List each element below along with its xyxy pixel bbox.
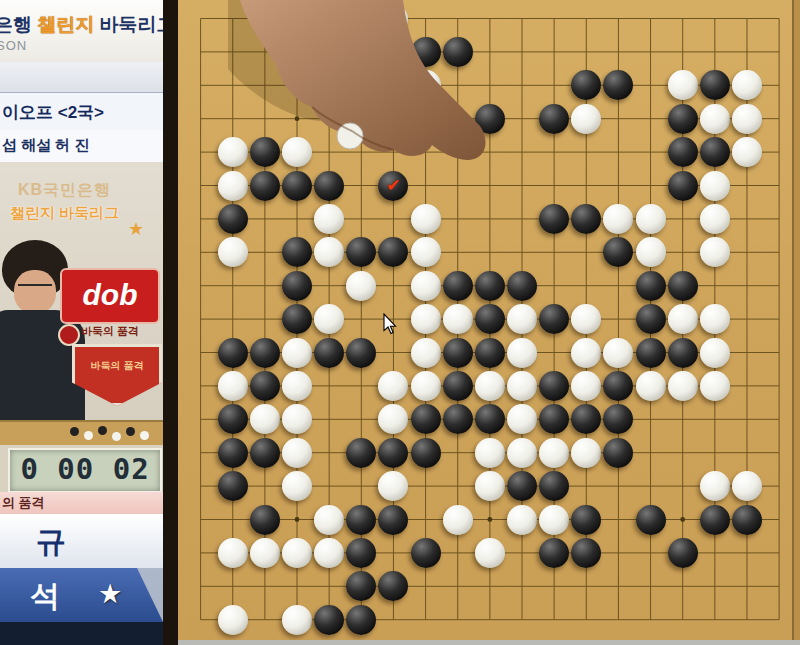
black-stone-r14c6 xyxy=(346,438,376,468)
black-stone-r9c10 xyxy=(475,271,505,301)
white-stone-r16c11 xyxy=(507,505,537,535)
league-header: 은행 챌린지 바둑리그★ SON xyxy=(0,0,163,63)
black-stone-r17c8 xyxy=(411,538,441,568)
black-stone-r16c7 xyxy=(378,505,408,535)
white-stone-r14c11 xyxy=(507,438,537,468)
black-stone-r17c16 xyxy=(668,538,698,568)
white-stone-r7c17 xyxy=(700,204,730,234)
white-stone-r14c10 xyxy=(475,438,505,468)
header-strip xyxy=(0,62,163,92)
black-stone-r12c9 xyxy=(443,371,473,401)
player2-nameplate: 석 ★ xyxy=(0,568,163,624)
white-stone-r11c8 xyxy=(411,338,441,368)
goban-edge-margin xyxy=(794,0,800,645)
white-stone-r4c13 xyxy=(571,104,601,134)
black-stone-r10c4 xyxy=(282,304,312,334)
black-stone-r6c16 xyxy=(668,171,698,201)
black-stone-r11c6 xyxy=(346,338,376,368)
white-stone-r17c5 xyxy=(314,538,344,568)
white-stone-r12c11 xyxy=(507,371,537,401)
commentators-panel: 섭 해설 허 진 xyxy=(0,130,163,164)
white-stone-r19c2 xyxy=(218,605,248,635)
match-title: 이오프 <2국> xyxy=(2,101,104,124)
white-stone-r10c8 xyxy=(411,304,441,334)
white-stone-r10c9 xyxy=(443,304,473,334)
white-stone-r9c6 xyxy=(346,271,376,301)
white-stone-r16c12 xyxy=(539,505,569,535)
white-stone-r12c17 xyxy=(700,371,730,401)
white-stone-r6c17 xyxy=(700,171,730,201)
black-stone-r14c8 xyxy=(411,438,441,468)
white-stone-r10c11 xyxy=(507,304,537,334)
black-stone-r19c6 xyxy=(346,605,376,635)
clock-lcd: 0 00 02 xyxy=(8,448,162,493)
white-stone-r12c15 xyxy=(636,371,666,401)
white-stone-r7c15 xyxy=(636,204,666,234)
shield-banner: 바둑의 품격 xyxy=(72,344,162,406)
black-stone-r10c10 xyxy=(475,304,505,334)
league-title-word2: 챌린지 xyxy=(37,14,94,35)
black-stone-r7c2 xyxy=(218,204,248,234)
white-stone-r16c9 xyxy=(443,505,473,535)
white-stone-r13c3 xyxy=(250,404,280,434)
white-stone-r17c3 xyxy=(250,538,280,568)
black-stone-r5c17 xyxy=(700,137,730,167)
white-stone-r4c18 xyxy=(732,104,762,134)
clock-time: 0 00 02 xyxy=(20,452,149,486)
white-stone-r15c17 xyxy=(700,471,730,501)
backdrop-text-line1: KB국민은행 xyxy=(18,180,111,201)
white-stone-r14c12 xyxy=(539,438,569,468)
game-clock: 0 00 02 xyxy=(0,445,163,492)
black-stone-r10c15 xyxy=(636,304,666,334)
white-stone-r7c8 xyxy=(411,204,441,234)
player2-star-icon: ★ xyxy=(98,578,122,610)
white-stone-r4c17 xyxy=(700,104,730,134)
white-stone-r15c18 xyxy=(732,471,762,501)
white-stone-r15c4 xyxy=(282,471,312,501)
black-stone-r17c6 xyxy=(346,538,376,568)
sidebar: 은행 챌린지 바둑리그★ SON 이오프 <2국> 섭 해설 허 진 KB국민은… xyxy=(0,0,163,645)
white-stone-r8c17 xyxy=(700,237,730,267)
black-stone-r11c3 xyxy=(250,338,280,368)
broadcast-frame: 은행 챌린지 바둑리그★ SON 이오프 <2국> 섭 해설 허 진 KB국민은… xyxy=(0,0,800,645)
black-stone-r16c18 xyxy=(732,505,762,535)
white-stone-r7c5 xyxy=(314,204,344,234)
white-stone-r16c5 xyxy=(314,505,344,535)
player-hand xyxy=(228,0,558,185)
dob-logo: dob xyxy=(60,268,160,324)
white-stone-r15c10 xyxy=(475,471,505,501)
player2-name: 석 xyxy=(30,576,60,617)
mini-goban-stones xyxy=(0,420,163,447)
white-stone-r5c18 xyxy=(732,137,762,167)
white-stone-r11c4 xyxy=(282,338,312,368)
black-stone-r16c13 xyxy=(571,505,601,535)
bottom-letterbox xyxy=(178,640,800,645)
white-stone-r17c10 xyxy=(475,538,505,568)
black-stone-r14c14 xyxy=(603,438,633,468)
white-stone-r12c16 xyxy=(668,371,698,401)
white-stone-r3c16 xyxy=(668,70,698,100)
white-stone-r12c13 xyxy=(571,371,601,401)
black-stone-r11c10 xyxy=(475,338,505,368)
white-stone-r12c8 xyxy=(411,371,441,401)
black-stone-r11c2 xyxy=(218,338,248,368)
black-stone-r11c9 xyxy=(443,338,473,368)
white-stone-r12c2 xyxy=(218,371,248,401)
frame-divider xyxy=(163,0,178,645)
white-stone-r12c4 xyxy=(282,371,312,401)
black-stone-r3c17 xyxy=(700,70,730,100)
black-stone-r12c12 xyxy=(539,371,569,401)
white-stone-r8c8 xyxy=(411,237,441,267)
dob-tagline: 바둑의 품격 xyxy=(60,324,160,339)
backdrop-text-line2: 챌린지 바둑리그 xyxy=(10,204,119,223)
sidebar-base xyxy=(0,622,163,645)
black-stone-r17c12 xyxy=(539,538,569,568)
black-stone-r16c6 xyxy=(346,505,376,535)
league-title: 은행 챌린지 바둑리그★ xyxy=(0,12,163,38)
black-stone-r17c13 xyxy=(571,538,601,568)
black-stone-r14c2 xyxy=(218,438,248,468)
black-stone-r5c16 xyxy=(668,137,698,167)
white-stone-r9c8 xyxy=(411,271,441,301)
black-stone-r16c17 xyxy=(700,505,730,535)
black-stone-r12c3 xyxy=(250,371,280,401)
white-stone-r11c17 xyxy=(700,338,730,368)
black-stone-r13c10 xyxy=(475,404,505,434)
white-stone-r14c4 xyxy=(282,438,312,468)
white-stone-r12c10 xyxy=(475,371,505,401)
white-stone-r17c4 xyxy=(282,538,312,568)
backdrop-star-icon: ★ xyxy=(128,218,144,240)
black-stone-r9c4 xyxy=(282,271,312,301)
plate-notch xyxy=(137,568,163,622)
black-stone-r7c13 xyxy=(571,204,601,234)
black-stone-r15c11 xyxy=(507,471,537,501)
white-stone-r19c4 xyxy=(282,605,312,635)
black-stone-r4c16 xyxy=(668,104,698,134)
black-stone-r13c8 xyxy=(411,404,441,434)
commentator-glasses xyxy=(18,284,52,295)
white-stone-r11c14 xyxy=(603,338,633,368)
black-stone-r11c15 xyxy=(636,338,666,368)
league-title-word1: 은행 xyxy=(0,14,32,35)
mouse-cursor[interactable] xyxy=(383,313,399,335)
go-board[interactable]: ✔ xyxy=(178,0,800,645)
black-stone-r16c3 xyxy=(250,505,280,535)
black-stone-r19c5 xyxy=(314,605,344,635)
black-stone-r9c16 xyxy=(668,271,698,301)
player1-name: 규 xyxy=(36,522,66,563)
white-stone-r14c13 xyxy=(571,438,601,468)
black-stone-r13c9 xyxy=(443,404,473,434)
black-stone-r11c16 xyxy=(668,338,698,368)
season-label: SON xyxy=(0,38,27,53)
league-title-word3: 바둑리그 xyxy=(100,14,163,35)
white-stone-r8c2 xyxy=(218,237,248,267)
studio-camera-view: KB국민은행 챌린지 바둑리그 ★ dob 바둑의 품격 바둑의 품격 xyxy=(0,162,163,420)
black-stone-r11c5 xyxy=(314,338,344,368)
black-stone-r15c2 xyxy=(218,471,248,501)
black-stone-r14c7 xyxy=(378,438,408,468)
black-stone-r16c15 xyxy=(636,505,666,535)
player1-nameplate: 규 xyxy=(0,514,163,570)
white-stone-r11c13 xyxy=(571,338,601,368)
white-stone-r11c11 xyxy=(507,338,537,368)
black-stone-r9c15 xyxy=(636,271,666,301)
black-stone-r13c2 xyxy=(218,404,248,434)
commentators-label: 섭 해설 허 진 xyxy=(2,136,90,155)
white-stone-r10c16 xyxy=(668,304,698,334)
white-stone-r8c15 xyxy=(636,237,666,267)
white-stone-r10c17 xyxy=(700,304,730,334)
black-stone-r9c11 xyxy=(507,271,537,301)
black-stone-r7c12 xyxy=(539,204,569,234)
plate-tagline-strip: 의 품격 xyxy=(0,492,163,516)
match-title-panel: 이오프 <2국> xyxy=(0,92,163,132)
white-stone-r17c2 xyxy=(218,538,248,568)
black-stone-r14c3 xyxy=(250,438,280,468)
black-stone-r9c9 xyxy=(443,271,473,301)
